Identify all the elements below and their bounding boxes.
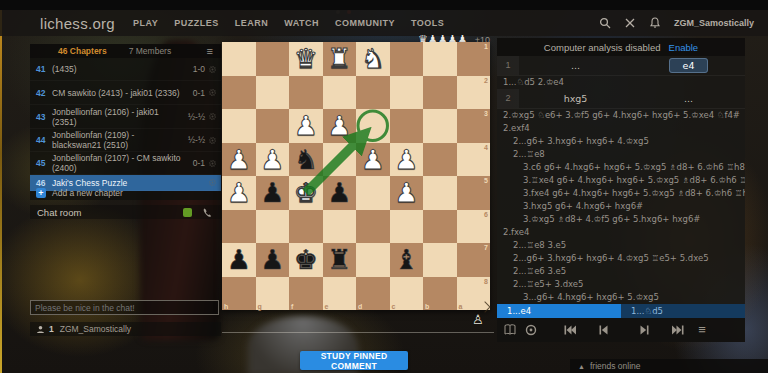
white-rook-piece: ♜: [323, 42, 357, 76]
variation-line[interactable]: 2...g6+ 3.hxg6+ hxg6+ 4.♔xg5: [497, 135, 745, 148]
enable-analysis-link[interactable]: Enable: [669, 42, 699, 53]
square-f1[interactable]: ♛: [289, 42, 323, 76]
square-c6[interactable]: [390, 210, 424, 244]
rank-label: 3: [484, 110, 488, 117]
black-bishop-piece: ♝: [390, 243, 424, 277]
chapter-title: (1435): [52, 64, 183, 74]
rank-label: 8: [484, 278, 488, 285]
move-1-black[interactable]: e4: [632, 60, 745, 71]
file-label: f: [291, 303, 293, 310]
to-move-pawn-icon: ♙: [472, 312, 484, 327]
background-edge-stripe: [0, 8, 2, 373]
nav-item-play[interactable]: PLAY: [133, 18, 158, 28]
study-pinned-comment-button[interactable]: STUDY PINNED COMMENT: [300, 351, 408, 370]
chapter-title: Jonbellionfan (2109) - blackswan21 (2510…: [52, 130, 183, 150]
variation-line[interactable]: 3.fxe4 g6+ 4.hxg6+ hxg6+ 5.♔xg5 ♗d8+ 6.♔…: [497, 187, 745, 200]
variation-line[interactable]: 2.♔xg5 ♘e6+ 3.♔f5 g6+ 4.hxg6+ hxg6+ 5.♔x…: [497, 109, 745, 122]
chat-members-row: 1 ZGM_Samostically: [30, 322, 221, 336]
last-move-button[interactable]: [671, 323, 685, 337]
square-g1[interactable]: [256, 42, 290, 76]
square-a6[interactable]: 6: [457, 210, 491, 244]
square-g2[interactable]: [256, 76, 290, 110]
variation-line[interactable]: 1...♘d5 2.♔e4: [497, 76, 745, 89]
analysis-header: Computer analysis disabled Enable: [497, 38, 745, 56]
playback-controls: ≡: [497, 318, 745, 342]
square-d7[interactable]: [356, 243, 390, 277]
square-e3[interactable]: ♟: [323, 109, 357, 143]
square-g6[interactable]: [256, 210, 290, 244]
analysis-disabled-label: Computer analysis disabled: [544, 42, 661, 53]
square-b8[interactable]: b: [423, 277, 457, 311]
white-pawn-piece: ♟: [323, 109, 357, 143]
nav-item-learn[interactable]: LEARN: [235, 18, 269, 28]
black-pawn-piece: ♟: [256, 243, 290, 277]
study-sidebar: 46 Chapters 7 Members ≡ 41(1435)1-042CM …: [30, 44, 221, 340]
challenge-cross-icon[interactable]: [624, 17, 636, 29]
square-c5[interactable]: ♟: [390, 176, 424, 210]
first-move-button[interactable]: [563, 323, 577, 337]
variation-line[interactable]: 3.♖xe4 g6+ 4.hxg6+ hxg6+ 5.♔xg5 ♗d8+ 6.♔…: [497, 174, 745, 187]
nav-item-puzzles[interactable]: PUZZLES: [174, 18, 219, 28]
add-chapter-button[interactable]: + Add a new chapter: [30, 185, 221, 200]
variation-line[interactable]: 3.hxg5 g6+ 4.hxg6+ hxg6#: [497, 200, 745, 213]
square-e8[interactable]: e: [323, 277, 357, 311]
square-f2[interactable]: [289, 76, 323, 110]
chapter-result: ½-½: [183, 135, 205, 145]
black-pawn-piece: ♟: [222, 243, 256, 277]
notifications-bell-icon[interactable]: [649, 17, 661, 29]
chat-toggle[interactable]: [183, 208, 192, 217]
white-pawn-piece: ♟: [390, 143, 424, 177]
chapter-list: 41(1435)1-042CM sawkito (2413) - jaki01 …: [30, 58, 221, 191]
black-king-piece: ♚: [289, 243, 323, 277]
square-e5[interactable]: ♟: [323, 176, 357, 210]
square-a3[interactable]: 3: [457, 109, 491, 143]
next-move-button[interactable]: [638, 323, 652, 337]
chapter-result: ½-½: [183, 112, 205, 122]
white-pawn-piece: ♟: [356, 143, 390, 177]
board-grid: ♛♜♞12♟♟3♟♟♞♟♟4♟♟♚♟♟56♟♟♚♜♝7hgfedcb8a: [222, 42, 490, 310]
square-d6[interactable]: [356, 210, 390, 244]
file-label: g: [258, 303, 262, 310]
rank-label: 6: [484, 211, 488, 218]
variation-tabs: 1...e41...♘d5: [497, 304, 745, 318]
white-knight-piece: ♞: [356, 42, 390, 76]
nav-item-community[interactable]: COMMUNITY: [335, 18, 395, 28]
plus-icon: +: [36, 188, 46, 198]
file-label: e: [325, 303, 329, 310]
square-b1[interactable]: [423, 42, 457, 76]
chapter-result: 0-1: [183, 158, 205, 168]
tab-members[interactable]: 7 Members: [129, 46, 172, 56]
square-d4[interactable]: ♟: [356, 143, 390, 177]
variation-line[interactable]: 2...♖e8 3.e5: [497, 239, 745, 252]
white-pawn-piece: ♟: [222, 176, 256, 210]
square-g5[interactable]: ♟: [256, 176, 290, 210]
friends-expand-icon: ▲: [578, 363, 585, 370]
square-b6[interactable]: [423, 210, 457, 244]
chat-header: Chat room: [30, 205, 221, 219]
square-h4[interactable]: ♟: [222, 143, 256, 177]
square-h7[interactable]: ♟: [222, 243, 256, 277]
chapter-gear-icon[interactable]: [208, 112, 217, 121]
square-f7[interactable]: ♚: [289, 243, 323, 277]
square-b2[interactable]: [423, 76, 457, 110]
chapter-number: 45: [36, 158, 52, 168]
comment-divider: [222, 332, 494, 333]
search-icon[interactable]: [599, 17, 611, 29]
file-label: h: [224, 303, 228, 310]
chapter-number: 42: [36, 88, 52, 98]
friends-online-bar[interactable]: ▲ friends online: [570, 359, 768, 373]
variation-line[interactable]: 2...♖e6 3.e5: [497, 265, 745, 278]
file-label: b: [425, 303, 429, 310]
sidebar-tabs: 46 Chapters 7 Members ≡: [30, 44, 221, 58]
square-c7[interactable]: ♝: [390, 243, 424, 277]
white-pawn-piece: ♟: [222, 143, 256, 177]
square-g8[interactable]: g: [256, 277, 290, 311]
chapter-gear-icon[interactable]: [208, 88, 217, 97]
chat-title: Chat room: [37, 207, 81, 218]
book-icon[interactable]: [503, 323, 517, 337]
move-row-2: 2hxg5...: [497, 89, 745, 109]
previous-move-button[interactable]: [596, 323, 610, 337]
black-knight-piece: ♞: [289, 143, 323, 177]
lichess-logo[interactable]: lichess.org: [40, 15, 115, 32]
square-c3[interactable]: [390, 109, 424, 143]
member-count: 1: [49, 324, 54, 334]
variation-line[interactable]: 3.♔xg5 ♗d8+ 4.♔f5 g6+ 5.hxg6+ hxg6#: [497, 213, 745, 226]
variation-tab-1[interactable]: 1...e4: [497, 304, 621, 318]
square-f3[interactable]: ♟: [289, 109, 323, 143]
member-name[interactable]: ZGM_Samostically: [60, 324, 131, 334]
square-f4[interactable]: ♞: [289, 143, 323, 177]
move-2-black[interactable]: ...: [632, 93, 745, 104]
move-2-white[interactable]: hxg5: [519, 93, 632, 104]
chapter-row-43[interactable]: 43Jonbellionfan (2106) - jaki01 (2351)½-…: [30, 105, 221, 129]
chapter-number: 44: [36, 135, 52, 145]
file-label: d: [358, 303, 362, 310]
square-e6[interactable]: [323, 210, 357, 244]
square-f5[interactable]: ♚: [289, 176, 323, 210]
chess-board[interactable]: ♛♜♞12♟♟3♟♟♞♟♟4♟♟♚♟♟56♟♟♚♜♝7hgfedcb8a: [222, 42, 490, 310]
phone-icon[interactable]: [202, 207, 213, 218]
chapter-title: CM sawkito (2413) - jaki01 (2336): [52, 88, 183, 98]
chat-input[interactable]: [30, 300, 219, 315]
move-list: 1...e41...♘d5 2.♔e42hxg5...2.♔xg5 ♘e6+ 3…: [497, 56, 745, 304]
variation-line[interactable]: 3...g6+ 4.hxg6+ hxg6+ 5.♔xg5: [497, 291, 745, 304]
variation-line[interactable]: 2...♖e8: [497, 148, 745, 161]
square-b7[interactable]: [423, 243, 457, 277]
chapter-number: 41: [36, 64, 52, 74]
square-g7[interactable]: ♟: [256, 243, 290, 277]
move-row-1: 1...e4: [497, 56, 745, 76]
square-a2[interactable]: 2: [457, 76, 491, 110]
variation-line[interactable]: 2.exf4: [497, 122, 745, 135]
variation-tab-2[interactable]: 1...♘d5: [621, 304, 745, 318]
square-h5[interactable]: ♟: [222, 176, 256, 210]
square-h3[interactable]: [222, 109, 256, 143]
analysis-panel: Computer analysis disabled Enable 1...e4…: [497, 38, 745, 342]
square-c2[interactable]: [390, 76, 424, 110]
square-a1[interactable]: 1: [457, 42, 491, 76]
file-label: a: [459, 303, 463, 310]
chapter-row-42[interactable]: 42CM sawkito (2413) - jaki01 (2336)0-1: [30, 81, 221, 105]
move-1-white[interactable]: ...: [519, 60, 632, 71]
white-pawn-piece: ♟: [256, 143, 290, 177]
square-c4[interactable]: ♟: [390, 143, 424, 177]
browser-strip: [0, 0, 768, 10]
square-a7[interactable]: 7: [457, 243, 491, 277]
square-f6[interactable]: [289, 210, 323, 244]
nav-item-watch[interactable]: WATCH: [284, 18, 319, 28]
chapter-result: 1-0: [183, 64, 205, 74]
square-b3[interactable]: [423, 109, 457, 143]
person-icon: [36, 325, 45, 334]
analysis-menu-icon[interactable]: ≡: [695, 323, 709, 337]
variation-line[interactable]: 2.fxe4: [497, 226, 745, 239]
black-pawn-piece: ♟: [323, 176, 357, 210]
chapter-title: Jonbellionfan (2106) - jaki01 (2351): [52, 107, 183, 127]
square-c8[interactable]: c: [390, 277, 424, 311]
square-d2[interactable]: [356, 76, 390, 110]
white-pawn-piece: ♟: [390, 176, 424, 210]
square-a5[interactable]: 5: [457, 176, 491, 210]
rank-label: 7: [484, 244, 488, 251]
square-e7[interactable]: ♜: [323, 243, 357, 277]
rank-label: 2: [484, 77, 488, 84]
square-h2[interactable]: [222, 76, 256, 110]
chapter-title: Jonbellionfan (2107) - CM sawkito (2400): [52, 153, 183, 173]
chapter-number: 43: [36, 112, 52, 122]
square-d3[interactable]: [356, 109, 390, 143]
tab-chapters[interactable]: 46 Chapters: [58, 46, 107, 56]
square-e1[interactable]: ♜: [323, 42, 357, 76]
square-c1[interactable]: [390, 42, 424, 76]
sidebar-menu-icon[interactable]: ≡: [207, 45, 213, 57]
gauge-circle-icon[interactable]: [524, 323, 538, 337]
chapter-row-41[interactable]: 41(1435)1-0: [30, 58, 221, 81]
chapter-row-45[interactable]: 45Jonbellionfan (2107) - CM sawkito (240…: [30, 152, 221, 175]
variation-line[interactable]: 3.c6 g6+ 4.hxg6+ hxg6+ 5.♔xg5 ♗d8+ 6.♔h6…: [497, 161, 745, 174]
rank-label: 1: [484, 43, 488, 50]
rank-label: 5: [484, 177, 488, 184]
header-right: ZGM_Samostically: [599, 17, 754, 29]
chapter-gear-icon[interactable]: [208, 159, 217, 168]
variation-line[interactable]: 2...♖e5+ 3.dxe5: [497, 278, 745, 291]
nav-item-tools[interactable]: TOOLS: [411, 18, 444, 28]
square-g4[interactable]: ♟: [256, 143, 290, 177]
square-h8[interactable]: h: [222, 277, 256, 311]
square-a4[interactable]: 4: [457, 143, 491, 177]
chapter-gear-icon[interactable]: [208, 136, 217, 145]
chapter-row-44[interactable]: 44Jonbellionfan (2109) - blackswan21 (25…: [30, 129, 221, 152]
file-label: c: [392, 303, 396, 310]
white-queen-piece: ♛: [289, 42, 323, 76]
square-b4[interactable]: [423, 143, 457, 177]
friends-online-label: friends online: [590, 361, 641, 371]
square-h1[interactable]: [222, 42, 256, 76]
black-rook-piece: ♜: [323, 243, 357, 277]
square-g3[interactable]: [256, 109, 290, 143]
square-h6[interactable]: [222, 210, 256, 244]
username[interactable]: ZGM_Samostically: [674, 18, 754, 28]
variation-line[interactable]: 2...g6+ 3.hxg6+ hxg6+ 4.♔xg5 ♖e5+ 5.dxe5: [497, 252, 745, 265]
chapter-gear-icon[interactable]: [208, 65, 217, 74]
square-d5[interactable]: [356, 176, 390, 210]
move-number: 1: [497, 56, 519, 75]
square-f8[interactable]: f: [289, 277, 323, 311]
square-d8[interactable]: d: [356, 277, 390, 311]
square-b5[interactable]: [423, 176, 457, 210]
chapter-result: 0-1: [183, 88, 205, 98]
white-pawn-piece: ♟: [289, 109, 323, 143]
move-number: 2: [497, 89, 519, 108]
add-chapter-label: Add a new chapter: [52, 188, 123, 198]
white-king-piece: ♚: [289, 176, 323, 210]
black-pawn-piece: ♟: [256, 176, 290, 210]
square-e4[interactable]: [323, 143, 357, 177]
rank-label: 4: [484, 144, 488, 151]
material-advantage: ♛♟♟♟♟ +10: [222, 29, 490, 42]
main-nav: PLAYPUZZLESLEARNWATCHCOMMUNITYTOOLS: [133, 18, 444, 28]
square-d1[interactable]: ♞: [356, 42, 390, 76]
square-e2[interactable]: [323, 76, 357, 110]
